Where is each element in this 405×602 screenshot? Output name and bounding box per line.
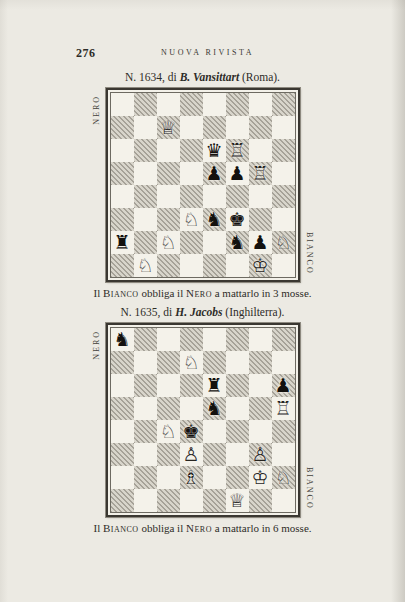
square-d7: ♘ [180, 351, 203, 374]
square-g7 [249, 116, 272, 139]
square-c5 [157, 162, 180, 185]
piece-white-king-g2: ♔ [249, 466, 272, 489]
board-frame: ♞♘♜♟♞♖♘♚♙♙♗♔♘♕ [106, 323, 300, 517]
problem-title-prefix: N. 1634, di [125, 71, 177, 83]
square-f6 [226, 374, 249, 397]
piece-black-pawn-f5: ♟ [226, 162, 249, 185]
piece-black-knight-e3: ♞ [203, 208, 226, 231]
caption-text: Il [93, 287, 102, 299]
square-g3: ♙ [249, 443, 272, 466]
square-g4 [249, 185, 272, 208]
square-d2 [180, 231, 203, 254]
square-c7 [157, 351, 180, 374]
piece-white-knight-b1: ♘ [134, 254, 157, 277]
square-d1 [180, 489, 203, 512]
piece-black-queen-e6: ♛ [203, 139, 226, 162]
square-b4 [134, 185, 157, 208]
piece-white-bishop-d2: ♗ [180, 466, 203, 489]
square-b1: ♘ [134, 254, 157, 277]
square-a5 [111, 397, 134, 420]
square-b2 [134, 466, 157, 489]
square-a7 [111, 351, 134, 374]
square-e5: ♞ [203, 397, 226, 420]
square-f7 [226, 116, 249, 139]
square-d5 [180, 397, 203, 420]
square-f3 [226, 443, 249, 466]
square-a6 [111, 139, 134, 162]
square-b8 [134, 328, 157, 351]
square-h3 [272, 208, 295, 231]
square-b6 [134, 374, 157, 397]
square-e4 [203, 420, 226, 443]
problem-stipulation: Il Bianco obbliga il Nero a mattarlo in … [0, 522, 405, 534]
square-b3 [134, 208, 157, 231]
square-c3 [157, 208, 180, 231]
piece-black-knight-a8: ♞ [111, 328, 134, 351]
square-h1 [272, 254, 295, 277]
square-h8 [272, 93, 295, 116]
magazine-page: 276 NUOVA RIVISTA N. 1634, di B. Vansitt… [0, 0, 405, 602]
square-c5 [157, 397, 180, 420]
piece-black-knight-e5: ♞ [203, 397, 226, 420]
caption-text: obbliga il [139, 287, 186, 299]
square-g7 [249, 351, 272, 374]
square-b1 [134, 489, 157, 512]
caption-text: obbliga il [139, 522, 186, 534]
square-c1 [157, 489, 180, 512]
caption-white-name: Bianco [103, 287, 139, 299]
problem-stipulation: Il Bianco obbliga il Nero a mattarlo in … [0, 287, 405, 299]
piece-white-pawn-d3: ♙ [180, 443, 203, 466]
piece-white-knight-c4: ♘ [157, 420, 180, 443]
square-c6 [157, 139, 180, 162]
magazine-title: NUOVA RIVISTA [0, 48, 405, 57]
square-g5 [249, 397, 272, 420]
square-c7: ♕ [157, 116, 180, 139]
piece-white-pawn-g3: ♙ [249, 443, 272, 466]
problem-author: B. Vansittart [180, 71, 239, 83]
square-e1 [203, 254, 226, 277]
square-g6 [249, 139, 272, 162]
square-a6 [111, 374, 134, 397]
square-f7 [226, 351, 249, 374]
problem-location: (Roma). [242, 71, 280, 83]
square-h6 [272, 139, 295, 162]
square-c2: ♘ [157, 231, 180, 254]
square-e5: ♟ [203, 162, 226, 185]
piece-white-rook-g5: ♖ [249, 162, 272, 185]
square-b7 [134, 116, 157, 139]
square-a1 [111, 489, 134, 512]
square-c4 [157, 185, 180, 208]
square-h2: ♘ [272, 466, 295, 489]
square-f1 [226, 254, 249, 277]
square-e2 [203, 231, 226, 254]
square-f1: ♕ [226, 489, 249, 512]
square-f4 [226, 185, 249, 208]
piece-white-knight-c2: ♘ [157, 231, 180, 254]
square-c2 [157, 466, 180, 489]
square-h4 [272, 420, 295, 443]
piece-black-pawn-h6: ♟ [272, 374, 295, 397]
caption-white-name: Bianco [103, 522, 139, 534]
square-d3: ♘ [180, 208, 203, 231]
caption-black-name: Nero [186, 522, 212, 534]
square-a8: ♞ [111, 328, 134, 351]
square-a3 [111, 443, 134, 466]
square-d2: ♗ [180, 466, 203, 489]
black-side-label: NERO [92, 95, 101, 125]
square-e6: ♛ [203, 139, 226, 162]
square-g5: ♖ [249, 162, 272, 185]
square-e8 [203, 328, 226, 351]
board-wrap-2: NERO ♞♘♜♟♞♖♘♚♙♙♗♔♘♕ BIANCO [106, 323, 300, 517]
square-e7 [203, 116, 226, 139]
caption-black-name: Nero [186, 287, 212, 299]
square-a4 [111, 420, 134, 443]
caption-text: a mattarlo in 6 mosse. [212, 522, 312, 534]
square-h7 [272, 351, 295, 374]
square-d6 [180, 139, 203, 162]
square-g6 [249, 374, 272, 397]
square-d4 [180, 185, 203, 208]
square-e6: ♜ [203, 374, 226, 397]
square-e4 [203, 185, 226, 208]
square-d4: ♚ [180, 420, 203, 443]
square-d5 [180, 162, 203, 185]
square-b5 [134, 397, 157, 420]
square-a2 [111, 466, 134, 489]
piece-white-knight-h2: ♘ [272, 466, 295, 489]
square-g8 [249, 328, 272, 351]
piece-black-knight-f2: ♞ [226, 231, 249, 254]
square-c8 [157, 93, 180, 116]
black-side-label: NERO [92, 330, 101, 360]
piece-white-rook-h5: ♖ [272, 397, 295, 420]
piece-black-king-f3: ♚ [226, 208, 249, 231]
square-f8 [226, 328, 249, 351]
square-h5 [272, 162, 295, 185]
problem-title: N. 1635, di H. Jacobs (Inghilterra). [0, 306, 405, 318]
square-h6: ♟ [272, 374, 295, 397]
square-b6 [134, 139, 157, 162]
square-c3 [157, 443, 180, 466]
square-d1 [180, 254, 203, 277]
square-c6 [157, 374, 180, 397]
chess-board-1635: ♞♘♜♟♞♖♘♚♙♙♗♔♘♕ [110, 327, 296, 513]
problem-location: (Inghilterra). [225, 306, 284, 318]
square-d8 [180, 328, 203, 351]
white-side-label: BIANCO [305, 232, 314, 275]
square-h1 [272, 489, 295, 512]
piece-black-rook-e6: ♜ [203, 374, 226, 397]
piece-black-rook-a2: ♜ [111, 231, 134, 254]
piece-white-knight-d7: ♘ [180, 351, 203, 374]
square-d3: ♙ [180, 443, 203, 466]
square-a3 [111, 208, 134, 231]
board-frame: ♕♛♖♟♟♖♘♞♚♜♘♞♟♘♘♔ [106, 88, 300, 282]
piece-white-queen-c7: ♕ [157, 116, 180, 139]
board-wrap-1: NERO ♕♛♖♟♟♖♘♞♚♜♘♞♟♘♘♔ BIANCO [106, 88, 300, 282]
square-g1 [249, 489, 272, 512]
square-b7 [134, 351, 157, 374]
piece-black-pawn-e5: ♟ [203, 162, 226, 185]
square-h8 [272, 328, 295, 351]
square-g3 [249, 208, 272, 231]
square-c1 [157, 254, 180, 277]
square-c4: ♘ [157, 420, 180, 443]
problem-title-prefix: N. 1635, di [121, 306, 173, 318]
square-a4 [111, 185, 134, 208]
page-header: 276 NUOVA RIVISTA [0, 0, 405, 64]
square-e8 [203, 93, 226, 116]
square-g4 [249, 420, 272, 443]
square-e7 [203, 351, 226, 374]
square-a8 [111, 93, 134, 116]
square-f8 [226, 93, 249, 116]
square-f5: ♟ [226, 162, 249, 185]
square-f5 [226, 397, 249, 420]
square-e2 [203, 466, 226, 489]
square-a2: ♜ [111, 231, 134, 254]
square-b3 [134, 443, 157, 466]
piece-white-knight-d3: ♘ [180, 208, 203, 231]
square-f6: ♖ [226, 139, 249, 162]
piece-black-king-d4: ♚ [180, 420, 203, 443]
caption-text: Il [93, 522, 102, 534]
square-e3 [203, 443, 226, 466]
square-f2: ♞ [226, 231, 249, 254]
chess-board-1634: ♕♛♖♟♟♖♘♞♚♜♘♞♟♘♘♔ [110, 92, 296, 278]
square-h7 [272, 116, 295, 139]
piece-white-queen-f1: ♕ [226, 489, 249, 512]
square-e1 [203, 489, 226, 512]
square-h5: ♖ [272, 397, 295, 420]
square-g2: ♔ [249, 466, 272, 489]
square-a7 [111, 116, 134, 139]
caption-text: a mattarlo in 3 mosse. [212, 287, 312, 299]
square-b2 [134, 231, 157, 254]
piece-white-knight-h2: ♘ [272, 231, 295, 254]
piece-white-rook-f6: ♖ [226, 139, 249, 162]
square-b5 [134, 162, 157, 185]
square-e3: ♞ [203, 208, 226, 231]
white-side-label: BIANCO [305, 467, 314, 510]
square-g2: ♟ [249, 231, 272, 254]
square-f2 [226, 466, 249, 489]
square-b8 [134, 93, 157, 116]
piece-white-king-g1: ♔ [249, 254, 272, 277]
square-h4 [272, 185, 295, 208]
piece-black-pawn-g2: ♟ [249, 231, 272, 254]
square-g1: ♔ [249, 254, 272, 277]
problem-title: N. 1634, di B. Vansittart (Roma). [0, 71, 405, 83]
page-number: 276 [76, 46, 96, 61]
problem-1635: N. 1635, di H. Jacobs (Inghilterra). NER… [0, 306, 405, 534]
square-h2: ♘ [272, 231, 295, 254]
square-c8 [157, 328, 180, 351]
square-a1 [111, 254, 134, 277]
square-h3 [272, 443, 295, 466]
square-f3: ♚ [226, 208, 249, 231]
problem-1634: N. 1634, di B. Vansittart (Roma). NERO ♕… [0, 71, 405, 299]
square-b4 [134, 420, 157, 443]
square-g8 [249, 93, 272, 116]
square-d7 [180, 116, 203, 139]
square-f4 [226, 420, 249, 443]
square-d8 [180, 93, 203, 116]
square-d6 [180, 374, 203, 397]
square-a5 [111, 162, 134, 185]
problem-author: H. Jacobs [175, 306, 222, 318]
